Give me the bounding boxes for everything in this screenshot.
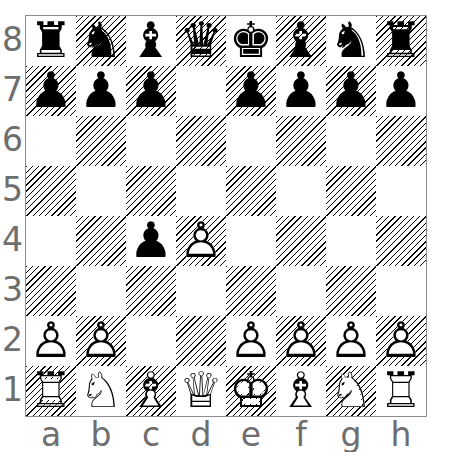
square-f5[interactable] (276, 166, 326, 216)
square-d4[interactable]: ♟♙ (176, 216, 226, 266)
white-pawn-outline: ♙ (176, 215, 226, 265)
piece-black-rook: ♜ (379, 16, 423, 65)
square-h4[interactable] (376, 216, 426, 266)
rank-label-1: 1 (0, 365, 25, 415)
square-b8[interactable]: ♞ (76, 16, 126, 66)
piece-black-pawn: ♟ (279, 66, 323, 115)
white-queen-outline: ♕ (176, 365, 226, 415)
white-king-outline: ♔ (226, 365, 276, 415)
piece-white-pawn: ♟♙ (376, 316, 426, 366)
square-c5[interactable] (126, 166, 176, 216)
square-g6[interactable] (326, 116, 376, 166)
file-label-e: e (226, 418, 276, 451)
piece-white-rook: ♜♖ (26, 366, 76, 416)
square-g5[interactable] (326, 166, 376, 216)
file-label-f: f (276, 418, 326, 451)
square-f2[interactable]: ♟♙ (276, 316, 326, 366)
piece-white-pawn: ♟♙ (26, 316, 76, 366)
piece-black-pawn: ♟ (79, 66, 123, 115)
chess-board: ♜♞♝♛♚♝♞♜♟♟♟♟♟♟♟♟♟♙♟♙♟♙♟♙♟♙♟♙♟♙♜♖♞♘♝♗♛♕♚♔… (25, 15, 427, 417)
piece-white-pawn: ♟♙ (76, 316, 126, 366)
piece-black-king: ♚ (229, 16, 273, 65)
square-e6[interactable] (226, 116, 276, 166)
piece-white-king: ♚♔ (226, 366, 276, 416)
piece-black-pawn: ♟ (129, 66, 173, 115)
square-g7[interactable]: ♟ (326, 66, 376, 116)
square-h5[interactable] (376, 166, 426, 216)
square-e8[interactable]: ♚ (226, 16, 276, 66)
square-d6[interactable] (176, 116, 226, 166)
piece-white-bishop: ♝♗ (126, 366, 176, 416)
square-h3[interactable] (376, 266, 426, 316)
square-a2[interactable]: ♟♙ (26, 316, 76, 366)
square-g8[interactable]: ♞ (326, 16, 376, 66)
square-e7[interactable]: ♟ (226, 66, 276, 116)
piece-black-bishop: ♝ (279, 16, 323, 65)
piece-black-knight: ♞ (329, 16, 373, 65)
square-e1[interactable]: ♚♔ (226, 366, 276, 416)
white-rook-outline: ♖ (26, 365, 76, 415)
piece-white-knight: ♞♘ (76, 366, 126, 416)
square-a1[interactable]: ♜♖ (26, 366, 76, 416)
square-a5[interactable] (26, 166, 76, 216)
piece-white-queen: ♛♕ (176, 366, 226, 416)
square-a3[interactable] (26, 266, 76, 316)
piece-black-queen: ♛ (179, 16, 223, 65)
rank-labels-column: 87654321 (0, 15, 25, 415)
file-labels-row: abcdefgh (26, 418, 426, 451)
square-b1[interactable]: ♞♘ (76, 366, 126, 416)
square-h2[interactable]: ♟♙ (376, 316, 426, 366)
rank-label-5: 5 (0, 165, 25, 215)
white-pawn-outline: ♙ (26, 315, 76, 365)
rank-label-8: 8 (0, 15, 25, 65)
white-knight-outline: ♘ (326, 365, 376, 415)
square-a6[interactable] (26, 116, 76, 166)
square-d3[interactable] (176, 266, 226, 316)
square-h7[interactable]: ♟ (376, 66, 426, 116)
white-pawn-outline: ♙ (76, 315, 126, 365)
piece-black-pawn: ♟ (379, 66, 423, 115)
file-label-d: d (176, 418, 226, 451)
piece-white-rook: ♜♖ (376, 366, 426, 416)
square-g2[interactable]: ♟♙ (326, 316, 376, 366)
square-f7[interactable]: ♟ (276, 66, 326, 116)
square-d8[interactable]: ♛ (176, 16, 226, 66)
square-c7[interactable]: ♟ (126, 66, 176, 116)
square-c3[interactable] (126, 266, 176, 316)
piece-white-pawn: ♟♙ (176, 216, 226, 266)
square-e4[interactable] (226, 216, 276, 266)
rank-label-6: 6 (0, 115, 25, 165)
square-h1[interactable]: ♜♖ (376, 366, 426, 416)
square-d5[interactable] (176, 166, 226, 216)
rank-label-2: 2 (0, 315, 25, 365)
file-label-h: h (376, 418, 426, 451)
square-f6[interactable] (276, 116, 326, 166)
square-b4[interactable] (76, 216, 126, 266)
square-d7[interactable] (176, 66, 226, 116)
square-a8[interactable]: ♜ (26, 16, 76, 66)
square-c1[interactable]: ♝♗ (126, 366, 176, 416)
piece-black-pawn: ♟ (129, 216, 173, 265)
square-f1[interactable]: ♝♗ (276, 366, 326, 416)
white-rook-outline: ♖ (376, 365, 426, 415)
white-pawn-outline: ♙ (376, 315, 426, 365)
piece-black-knight: ♞ (79, 16, 123, 65)
piece-white-pawn: ♟♙ (326, 316, 376, 366)
rank-label-4: 4 (0, 215, 25, 265)
piece-black-pawn: ♟ (229, 66, 273, 115)
square-e5[interactable] (226, 166, 276, 216)
piece-black-pawn: ♟ (329, 66, 373, 115)
rank-label-3: 3 (0, 265, 25, 315)
square-f4[interactable] (276, 216, 326, 266)
file-label-c: c (126, 418, 176, 451)
square-b5[interactable] (76, 166, 126, 216)
square-f3[interactable] (276, 266, 326, 316)
piece-white-pawn: ♟♙ (276, 316, 326, 366)
square-g4[interactable] (326, 216, 376, 266)
square-a4[interactable] (26, 216, 76, 266)
square-c2[interactable] (126, 316, 176, 366)
square-c8[interactable]: ♝ (126, 16, 176, 66)
piece-white-bishop: ♝♗ (276, 366, 326, 416)
piece-white-pawn: ♟♙ (226, 316, 276, 366)
square-b6[interactable] (76, 116, 126, 166)
square-g3[interactable] (326, 266, 376, 316)
rank-label-7: 7 (0, 65, 25, 115)
white-bishop-outline: ♗ (276, 365, 326, 415)
white-pawn-outline: ♙ (326, 315, 376, 365)
square-c4[interactable]: ♟ (126, 216, 176, 266)
square-b3[interactable] (76, 266, 126, 316)
white-bishop-outline: ♗ (126, 365, 176, 415)
piece-black-pawn: ♟ (29, 66, 73, 115)
square-d2[interactable] (176, 316, 226, 366)
square-b7[interactable]: ♟ (76, 66, 126, 116)
file-label-a: a (26, 418, 76, 451)
square-d1[interactable]: ♛♕ (176, 366, 226, 416)
square-a7[interactable]: ♟ (26, 66, 76, 116)
piece-black-bishop: ♝ (129, 16, 173, 65)
file-label-b: b (76, 418, 126, 451)
white-pawn-outline: ♙ (276, 315, 326, 365)
square-h6[interactable] (376, 116, 426, 166)
square-g1[interactable]: ♞♘ (326, 366, 376, 416)
chess-diagram: 87654321 ♜♞♝♛♚♝♞♜♟♟♟♟♟♟♟♟♟♙♟♙♟♙♟♙♟♙♟♙♟♙♜… (0, 0, 452, 452)
white-knight-outline: ♘ (76, 365, 126, 415)
white-pawn-outline: ♙ (226, 315, 276, 365)
square-e3[interactable] (226, 266, 276, 316)
square-b2[interactable]: ♟♙ (76, 316, 126, 366)
square-h8[interactable]: ♜ (376, 16, 426, 66)
piece-black-rook: ♜ (29, 16, 73, 65)
piece-white-knight: ♞♘ (326, 366, 376, 416)
square-e2[interactable]: ♟♙ (226, 316, 276, 366)
square-c6[interactable] (126, 116, 176, 166)
file-label-g: g (326, 418, 376, 451)
square-f8[interactable]: ♝ (276, 16, 326, 66)
